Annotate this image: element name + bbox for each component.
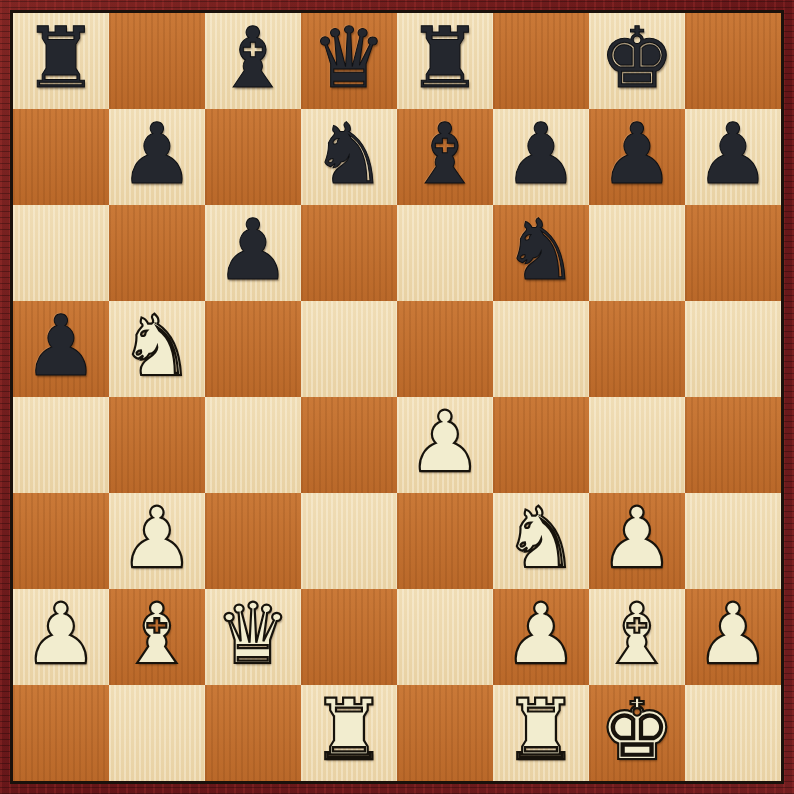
square-f1[interactable]: ♜ (493, 685, 589, 781)
square-a5[interactable]: ♟ (13, 301, 109, 397)
square-h8[interactable] (685, 13, 781, 109)
square-f5[interactable] (493, 301, 589, 397)
white-pawn-f2[interactable]: ♟ (503, 592, 578, 676)
square-c2[interactable]: ♛ (205, 589, 301, 685)
white-bishop-g2[interactable]: ♝ (599, 592, 674, 676)
square-g5[interactable] (589, 301, 685, 397)
square-b3[interactable]: ♟ (109, 493, 205, 589)
square-c7[interactable] (205, 109, 301, 205)
square-e2[interactable] (397, 589, 493, 685)
square-g7[interactable]: ♟ (589, 109, 685, 205)
square-b4[interactable] (109, 397, 205, 493)
square-d5[interactable] (301, 301, 397, 397)
square-e5[interactable] (397, 301, 493, 397)
square-h2[interactable]: ♟ (685, 589, 781, 685)
black-knight-d7[interactable]: ♞ (311, 112, 386, 196)
square-d3[interactable] (301, 493, 397, 589)
square-f7[interactable]: ♟ (493, 109, 589, 205)
square-f8[interactable] (493, 13, 589, 109)
square-e6[interactable] (397, 205, 493, 301)
square-d8[interactable]: ♛ (301, 13, 397, 109)
square-c6[interactable]: ♟ (205, 205, 301, 301)
black-queen-d8[interactable]: ♛ (311, 16, 386, 100)
white-queen-c2[interactable]: ♛ (215, 592, 290, 676)
square-h7[interactable]: ♟ (685, 109, 781, 205)
white-bishop-b2[interactable]: ♝ (119, 592, 194, 676)
square-c8[interactable]: ♝ (205, 13, 301, 109)
white-pawn-e4[interactable]: ♟ (407, 400, 482, 484)
square-a2[interactable]: ♟ (13, 589, 109, 685)
square-d1[interactable]: ♜ (301, 685, 397, 781)
black-rook-a8[interactable]: ♜ (23, 16, 98, 100)
square-b2[interactable]: ♝ (109, 589, 205, 685)
black-knight-f6[interactable]: ♞ (503, 208, 578, 292)
white-knight-b5[interactable]: ♞ (119, 304, 194, 388)
square-d2[interactable] (301, 589, 397, 685)
white-knight-f3[interactable]: ♞ (503, 496, 578, 580)
black-pawn-g7[interactable]: ♟ (599, 112, 674, 196)
square-a6[interactable] (13, 205, 109, 301)
square-f3[interactable]: ♞ (493, 493, 589, 589)
square-g6[interactable] (589, 205, 685, 301)
square-g3[interactable]: ♟ (589, 493, 685, 589)
black-pawn-f7[interactable]: ♟ (503, 112, 578, 196)
black-rook-e8[interactable]: ♜ (407, 16, 482, 100)
square-a4[interactable] (13, 397, 109, 493)
square-e3[interactable] (397, 493, 493, 589)
square-f6[interactable]: ♞ (493, 205, 589, 301)
square-d6[interactable] (301, 205, 397, 301)
white-pawn-b3[interactable]: ♟ (119, 496, 194, 580)
square-f4[interactable] (493, 397, 589, 493)
black-king-g8[interactable]: ♚ (599, 16, 674, 100)
black-pawn-a5[interactable]: ♟ (23, 304, 98, 388)
square-g1[interactable]: ♚ (589, 685, 685, 781)
square-b5[interactable]: ♞ (109, 301, 205, 397)
square-e8[interactable]: ♜ (397, 13, 493, 109)
black-bishop-c8[interactable]: ♝ (215, 16, 290, 100)
square-a8[interactable]: ♜ (13, 13, 109, 109)
white-pawn-a2[interactable]: ♟ (23, 592, 98, 676)
square-a3[interactable] (13, 493, 109, 589)
square-h1[interactable] (685, 685, 781, 781)
square-d7[interactable]: ♞ (301, 109, 397, 205)
square-e4[interactable]: ♟ (397, 397, 493, 493)
black-pawn-b7[interactable]: ♟ (119, 112, 194, 196)
square-b7[interactable]: ♟ (109, 109, 205, 205)
square-c3[interactable] (205, 493, 301, 589)
square-h4[interactable] (685, 397, 781, 493)
square-e7[interactable]: ♝ (397, 109, 493, 205)
white-pawn-g3[interactable]: ♟ (599, 496, 674, 580)
square-g8[interactable]: ♚ (589, 13, 685, 109)
white-rook-d1[interactable]: ♜ (311, 688, 386, 772)
square-c4[interactable] (205, 397, 301, 493)
black-bishop-e7[interactable]: ♝ (407, 112, 482, 196)
black-pawn-c6[interactable]: ♟ (215, 208, 290, 292)
square-h6[interactable] (685, 205, 781, 301)
white-pawn-h2[interactable]: ♟ (695, 592, 770, 676)
square-a1[interactable] (13, 685, 109, 781)
square-b1[interactable] (109, 685, 205, 781)
board-frame: ♜♝♛♜♚♟♞♝♟♟♟♟♞♟♞♟♟♞♟♟♝♛♟♝♟♜♜♚ (0, 0, 794, 794)
square-h3[interactable] (685, 493, 781, 589)
square-a7[interactable] (13, 109, 109, 205)
square-e1[interactable] (397, 685, 493, 781)
white-rook-f1[interactable]: ♜ (503, 688, 578, 772)
square-h5[interactable] (685, 301, 781, 397)
chess-board: ♜♝♛♜♚♟♞♝♟♟♟♟♞♟♞♟♟♞♟♟♝♛♟♝♟♜♜♚ (10, 10, 784, 784)
square-g2[interactable]: ♝ (589, 589, 685, 685)
white-king-g1[interactable]: ♚ (599, 688, 674, 772)
square-f2[interactable]: ♟ (493, 589, 589, 685)
square-c5[interactable] (205, 301, 301, 397)
square-b8[interactable] (109, 13, 205, 109)
square-c1[interactable] (205, 685, 301, 781)
square-g4[interactable] (589, 397, 685, 493)
black-pawn-h7[interactable]: ♟ (695, 112, 770, 196)
square-b6[interactable] (109, 205, 205, 301)
square-d4[interactable] (301, 397, 397, 493)
